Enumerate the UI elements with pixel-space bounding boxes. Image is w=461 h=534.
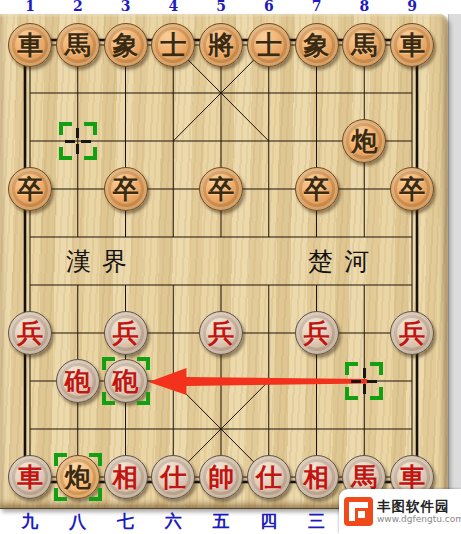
piece-black-advisor[interactable]: 士 (151, 23, 195, 67)
file-label-top-2: 2 (66, 0, 90, 14)
selection-bracket (102, 357, 150, 405)
piece-black-elephant[interactable]: 象 (104, 23, 148, 67)
piece-black-soldier[interactable]: 卒 (390, 167, 434, 211)
piece-red-soldier[interactable]: 兵 (199, 311, 243, 355)
file-label-bottom-7: 三 (302, 510, 332, 533)
file-label-top-3: 3 (114, 0, 138, 14)
piece-black-chariot[interactable]: 車 (390, 23, 434, 67)
piece-black-soldier[interactable]: 卒 (295, 167, 339, 211)
piece-black-horse[interactable]: 馬 (56, 23, 100, 67)
file-label-bottom-5: 五 (206, 510, 236, 533)
watermark-logo-icon (344, 497, 373, 526)
piece-red-cannon[interactable]: 砲 (56, 359, 100, 403)
file-label-top-7: 7 (305, 0, 329, 14)
piece-black-cannon[interactable]: 炮 (342, 119, 386, 163)
piece-black-advisor[interactable]: 士 (247, 23, 291, 67)
file-label-top-9: 9 (400, 0, 424, 14)
river-label-left: 漢界 (27, 238, 177, 285)
river-label-right: 楚河 (269, 238, 419, 285)
file-label-top-4: 4 (161, 0, 185, 14)
piece-black-soldier[interactable]: 卒 (104, 167, 148, 211)
piece-red-elephant[interactable]: 相 (104, 455, 148, 499)
piece-red-advisor[interactable]: 仕 (151, 455, 195, 499)
piece-black-horse[interactable]: 馬 (342, 23, 386, 67)
piece-red-soldier[interactable]: 兵 (390, 311, 434, 355)
piece-red-advisor[interactable]: 仕 (247, 455, 291, 499)
selection-bracket (54, 453, 102, 501)
file-label-top-1: 1 (18, 0, 42, 14)
piece-black-soldier[interactable]: 卒 (8, 167, 52, 211)
piece-red-elephant[interactable]: 相 (295, 455, 339, 499)
xiangqi-app-screen: 漢界 楚河 123456789九八七六五四三二一車馬象士將士象馬車炮卒卒卒卒卒兵… (0, 0, 461, 534)
file-label-bottom-6: 四 (254, 510, 284, 533)
piece-red-chariot[interactable]: 車 (8, 455, 52, 499)
file-label-bottom-2: 八 (63, 510, 93, 533)
piece-black-chariot[interactable]: 車 (8, 23, 52, 67)
file-label-top-8: 8 (352, 0, 376, 14)
piece-red-general[interactable]: 帥 (199, 455, 243, 499)
target-crosshair-marker (345, 362, 383, 400)
watermark-site-name: 丰图软件园 (377, 499, 461, 515)
piece-red-soldier[interactable]: 兵 (295, 311, 339, 355)
target-crosshair-marker (59, 122, 97, 160)
watermark-url: www.dgfengtu.com (377, 514, 461, 524)
piece-black-general[interactable]: 將 (199, 23, 243, 67)
file-label-bottom-1: 九 (15, 510, 45, 533)
file-label-bottom-3: 七 (111, 510, 141, 533)
piece-red-soldier[interactable]: 兵 (8, 311, 52, 355)
file-label-top-6: 6 (257, 0, 281, 14)
file-label-bottom-4: 六 (158, 510, 188, 533)
piece-black-elephant[interactable]: 象 (295, 23, 339, 67)
piece-black-soldier[interactable]: 卒 (199, 167, 243, 211)
window-right-gutter (448, 14, 461, 508)
file-label-top-5: 5 (209, 0, 233, 14)
watermark: 丰图软件园 www.dgfengtu.com (339, 489, 461, 534)
piece-red-soldier[interactable]: 兵 (104, 311, 148, 355)
